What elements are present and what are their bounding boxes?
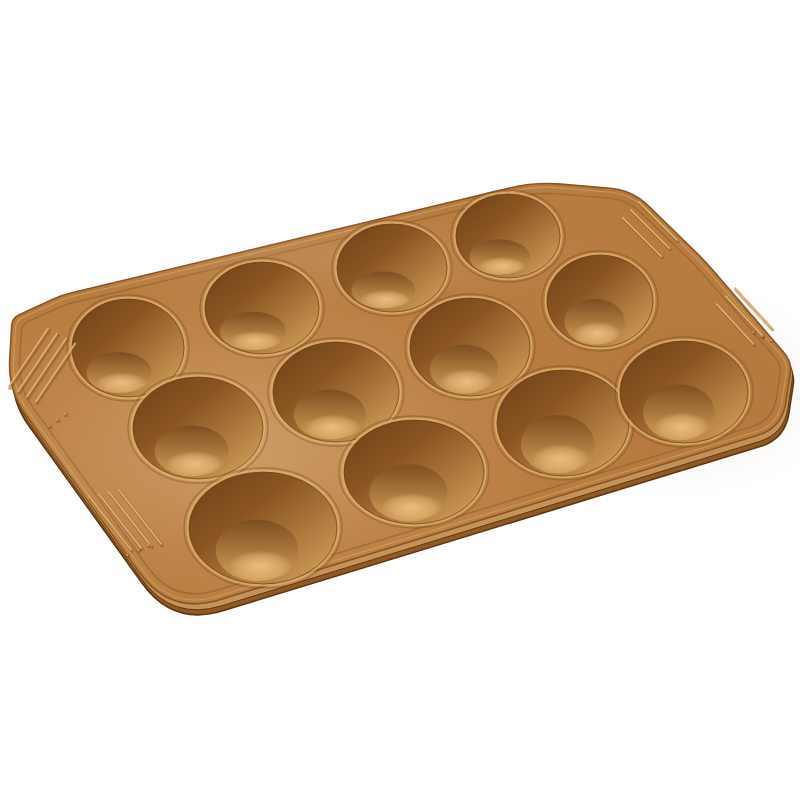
muffin-cup-r1c4 <box>451 190 565 282</box>
ridge-dot-2 <box>56 419 61 424</box>
cup-floor-reflection-r2c2 <box>305 415 361 440</box>
muffin-cup-r1c3 <box>332 220 452 316</box>
ridge-dot-1 <box>126 554 131 559</box>
muffin-cup-r2c1 <box>128 373 268 483</box>
muffin-cup-r3c3 <box>492 366 634 480</box>
ridge-dot-glint-2 <box>137 549 139 551</box>
ridge-dot-glint-3 <box>64 413 66 415</box>
cup-floor-reflection-r3c4 <box>654 412 710 440</box>
cup-floor-reflection-r2c1 <box>166 451 224 477</box>
ridge-dot-glint-1 <box>752 331 754 333</box>
muffin-cup-r3c4 <box>615 337 753 447</box>
cup-floor-reflection-r1c3 <box>361 290 411 308</box>
ridge-dot-2 <box>137 549 142 554</box>
ridge-dot-glint-3 <box>147 544 149 546</box>
cup-floor-reflection-r2c4 <box>574 322 621 345</box>
cup-floor-reflection-r1c4 <box>479 257 526 275</box>
ridge-dot-1 <box>752 331 757 336</box>
cup-floor-reflection-r1c2 <box>230 331 282 350</box>
cup-floor-reflection-r1c1 <box>96 373 147 394</box>
cup-floor-reflection-r2c3 <box>440 369 493 394</box>
cup-floor-reflection-r3c3 <box>532 444 590 473</box>
ridge-dot-glint-2 <box>761 335 763 337</box>
ridge-dot-3 <box>770 339 775 344</box>
muffin-pan-scene <box>0 0 800 800</box>
ridge-dot-glint-3 <box>770 339 772 341</box>
cup-floor-reflection-r3c1 <box>228 550 293 581</box>
ridge-dot-3 <box>64 413 69 418</box>
ridge-dot-1 <box>48 425 53 430</box>
product-photo-muffin-pan <box>0 0 800 800</box>
ridge-dot-glint-1 <box>48 425 50 427</box>
ridge-dot-glint-1 <box>126 554 128 556</box>
ridge-dot-3 <box>147 544 152 549</box>
muffin-cup-r3c2 <box>339 416 489 528</box>
ridge-dot-2 <box>761 335 766 340</box>
muffin-cup-r2c4 <box>542 251 658 351</box>
ridge-dot-glint-2 <box>56 419 58 421</box>
cup-floor-reflection-r3c2 <box>381 493 442 522</box>
